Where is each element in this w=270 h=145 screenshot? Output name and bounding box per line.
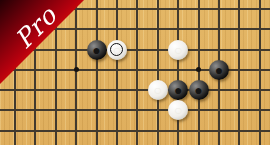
board-point[interactable] <box>107 100 127 120</box>
board-point[interactable] <box>66 121 86 141</box>
board-point[interactable] <box>127 0 147 19</box>
board-point[interactable] <box>127 39 147 59</box>
board-point[interactable] <box>209 100 229 120</box>
board-point[interactable] <box>5 100 25 120</box>
board-point[interactable] <box>168 19 188 39</box>
board-point[interactable] <box>148 0 168 19</box>
board-point[interactable]: ● <box>86 39 106 59</box>
board-point[interactable] <box>127 19 147 39</box>
board-point[interactable] <box>209 80 229 100</box>
board-point[interactable]: ● <box>168 80 188 100</box>
board-point[interactable] <box>46 60 66 80</box>
board-point[interactable] <box>86 121 106 141</box>
board-point[interactable] <box>148 100 168 120</box>
last-move-circle-marker <box>110 43 123 56</box>
black-stone: ● <box>209 60 229 80</box>
board-point[interactable] <box>107 80 127 100</box>
board-point[interactable] <box>148 60 168 80</box>
board-point[interactable]: ● <box>188 80 208 100</box>
board-point[interactable] <box>249 100 269 120</box>
board-point[interactable] <box>107 19 127 39</box>
board-point[interactable] <box>127 100 147 120</box>
board-point[interactable] <box>148 19 168 39</box>
board-point[interactable] <box>25 121 45 141</box>
board-point[interactable] <box>66 80 86 100</box>
board-point[interactable] <box>188 121 208 141</box>
board-point[interactable] <box>46 121 66 141</box>
board-point[interactable] <box>46 100 66 120</box>
board-point[interactable] <box>188 19 208 39</box>
board-point[interactable] <box>5 80 25 100</box>
board-point[interactable] <box>107 121 127 141</box>
board-point[interactable] <box>25 80 45 100</box>
black-stone: ● <box>87 40 107 60</box>
board-point[interactable] <box>66 19 86 39</box>
board-point[interactable] <box>127 80 147 100</box>
board-point[interactable] <box>86 100 106 120</box>
board-point[interactable] <box>229 39 249 59</box>
board-point[interactable] <box>66 60 86 80</box>
star-point <box>196 67 201 72</box>
board-point[interactable] <box>5 121 25 141</box>
board-point[interactable] <box>188 39 208 59</box>
white-stone: ○ <box>148 80 168 100</box>
star-point <box>74 67 79 72</box>
board-point[interactable] <box>209 39 229 59</box>
go-board: ●○○●○●●○ Pro <box>0 0 270 145</box>
board-point[interactable] <box>66 39 86 59</box>
board-point[interactable] <box>249 80 269 100</box>
board-point[interactable] <box>188 100 208 120</box>
white-stone: ○ <box>168 40 188 60</box>
board-point[interactable] <box>46 80 66 100</box>
board-point[interactable] <box>66 100 86 120</box>
board-point[interactable] <box>127 60 147 80</box>
board-point[interactable] <box>168 0 188 19</box>
board-point[interactable] <box>229 121 249 141</box>
board-point[interactable] <box>249 0 269 19</box>
board-point[interactable] <box>86 60 106 80</box>
board-point[interactable] <box>25 60 45 80</box>
board-point[interactable] <box>148 39 168 59</box>
board-point[interactable]: ○ <box>168 100 188 120</box>
board-point[interactable] <box>209 19 229 39</box>
board-point[interactable] <box>188 0 208 19</box>
board-point[interactable] <box>46 39 66 59</box>
board-point[interactable] <box>107 60 127 80</box>
board-point[interactable] <box>229 100 249 120</box>
board-point[interactable] <box>249 121 269 141</box>
white-stone-last-move: ○ <box>107 40 127 60</box>
board-point[interactable]: ○ <box>168 39 188 59</box>
black-stone: ● <box>168 80 188 100</box>
board-point[interactable] <box>168 121 188 141</box>
board-point[interactable]: ○ <box>148 80 168 100</box>
board-point[interactable] <box>209 0 229 19</box>
board-point[interactable] <box>229 0 249 19</box>
board-point[interactable]: ● <box>209 60 229 80</box>
board-point[interactable] <box>229 80 249 100</box>
board-point[interactable] <box>86 80 106 100</box>
board-point[interactable] <box>188 60 208 80</box>
board-point[interactable] <box>209 121 229 141</box>
board-point[interactable] <box>168 60 188 80</box>
board-point[interactable] <box>148 121 168 141</box>
board-point[interactable] <box>86 19 106 39</box>
board-point[interactable] <box>86 0 106 19</box>
board-point[interactable]: ○ <box>107 39 127 59</box>
black-stone: ● <box>189 80 209 100</box>
white-stone: ○ <box>168 100 188 120</box>
board-point[interactable] <box>229 60 249 80</box>
board-point[interactable] <box>229 19 249 39</box>
board-point[interactable] <box>249 60 269 80</box>
board-point[interactable] <box>25 100 45 120</box>
board-point[interactable] <box>127 121 147 141</box>
board-point[interactable] <box>107 0 127 19</box>
board-point[interactable] <box>249 19 269 39</box>
board-point[interactable] <box>249 39 269 59</box>
